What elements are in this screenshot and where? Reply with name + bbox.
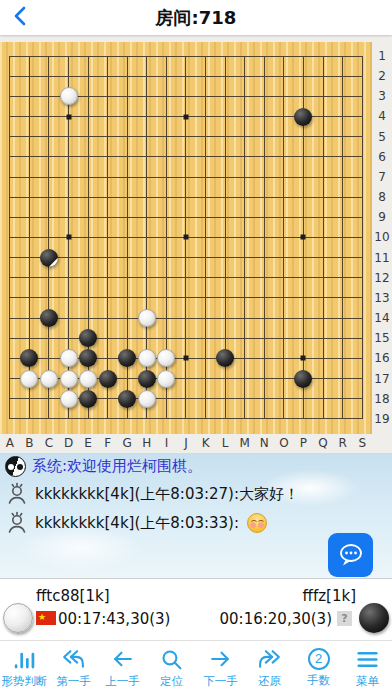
intersection-R13[interactable] [333, 288, 353, 308]
locate-button[interactable]: 定位 [147, 641, 196, 696]
intersection-E2[interactable] [78, 66, 98, 86]
intersection-E16[interactable] [78, 348, 98, 368]
intersection-C7[interactable] [39, 167, 59, 187]
intersection-J12[interactable] [176, 268, 196, 288]
intersection-E15[interactable] [78, 328, 98, 348]
intersection-K1[interactable] [196, 46, 216, 66]
intersection-E6[interactable] [78, 147, 98, 167]
intersection-S5[interactable] [352, 127, 372, 147]
intersection-D5[interactable] [59, 127, 79, 147]
intersection-S4[interactable] [352, 106, 372, 126]
intersection-P9[interactable] [294, 207, 314, 227]
intersection-S2[interactable] [352, 66, 372, 86]
intersection-R10[interactable] [333, 227, 353, 247]
intersection-R9[interactable] [333, 207, 353, 227]
intersection-K2[interactable] [196, 66, 216, 86]
intersection-L13[interactable] [215, 288, 235, 308]
intersection-B10[interactable] [20, 227, 40, 247]
intersection-G11[interactable] [117, 248, 137, 268]
intersection-S15[interactable] [352, 328, 372, 348]
intersection-A4[interactable] [0, 106, 20, 126]
intersection-O17[interactable] [274, 369, 294, 389]
intersection-I10[interactable] [157, 227, 177, 247]
intersection-M3[interactable] [235, 86, 255, 106]
intersection-K16[interactable] [196, 348, 216, 368]
intersection-G18[interactable] [117, 389, 137, 409]
intersection-O4[interactable] [274, 106, 294, 126]
intersection-N11[interactable] [255, 248, 275, 268]
intersection-D9[interactable] [59, 207, 79, 227]
intersection-D4[interactable] [59, 106, 79, 126]
go-board[interactable] [0, 42, 372, 434]
intersection-B8[interactable] [20, 187, 40, 207]
intersection-H12[interactable] [137, 268, 157, 288]
intersection-B1[interactable] [20, 46, 40, 66]
intersection-O1[interactable] [274, 46, 294, 66]
intersection-B16[interactable] [20, 348, 40, 368]
intersection-C3[interactable] [39, 86, 59, 106]
previous-move-button[interactable]: 上一手 [98, 641, 147, 696]
intersection-R16[interactable] [333, 348, 353, 368]
intersection-R17[interactable] [333, 369, 353, 389]
intersection-L6[interactable] [215, 147, 235, 167]
intersection-A16[interactable] [0, 348, 20, 368]
intersection-Q17[interactable] [313, 369, 333, 389]
intersection-K15[interactable] [196, 328, 216, 348]
intersection-G3[interactable] [117, 86, 137, 106]
intersection-O3[interactable] [274, 86, 294, 106]
intersection-F3[interactable] [98, 86, 118, 106]
intersection-M7[interactable] [235, 167, 255, 187]
intersection-D11[interactable] [59, 248, 79, 268]
intersection-D14[interactable] [59, 308, 79, 328]
intersection-K17[interactable] [196, 369, 216, 389]
intersection-J2[interactable] [176, 66, 196, 86]
intersection-I2[interactable] [157, 66, 177, 86]
intersection-P1[interactable] [294, 46, 314, 66]
intersection-F18[interactable] [98, 389, 118, 409]
intersection-A5[interactable] [0, 127, 20, 147]
intersection-N9[interactable] [255, 207, 275, 227]
intersection-P14[interactable] [294, 308, 314, 328]
intersection-M8[interactable] [235, 187, 255, 207]
intersection-K12[interactable] [196, 268, 216, 288]
intersection-M5[interactable] [235, 127, 255, 147]
intersection-A18[interactable] [0, 389, 20, 409]
intersection-N6[interactable] [255, 147, 275, 167]
intersection-M14[interactable] [235, 308, 255, 328]
intersection-N2[interactable] [255, 66, 275, 86]
intersection-G14[interactable] [117, 308, 137, 328]
intersection-C10[interactable] [39, 227, 59, 247]
intersection-P10[interactable] [294, 227, 314, 247]
intersection-H17[interactable] [137, 369, 157, 389]
intersection-O18[interactable] [274, 389, 294, 409]
intersection-G5[interactable] [117, 127, 137, 147]
intersection-B14[interactable] [20, 308, 40, 328]
intersection-C16[interactable] [39, 348, 59, 368]
intersection-N13[interactable] [255, 288, 275, 308]
intersection-N18[interactable] [255, 389, 275, 409]
intersection-A17[interactable] [0, 369, 20, 389]
intersection-B19[interactable] [20, 409, 40, 429]
intersection-E12[interactable] [78, 268, 98, 288]
intersection-C11[interactable] [39, 248, 59, 268]
intersection-L15[interactable] [215, 328, 235, 348]
intersection-O2[interactable] [274, 66, 294, 86]
intersection-S12[interactable] [352, 268, 372, 288]
intersection-E9[interactable] [78, 207, 98, 227]
intersection-B12[interactable] [20, 268, 40, 288]
intersection-A12[interactable] [0, 268, 20, 288]
intersection-B11[interactable] [20, 248, 40, 268]
intersection-J16[interactable] [176, 348, 196, 368]
intersection-G2[interactable] [117, 66, 137, 86]
intersection-H13[interactable] [137, 288, 157, 308]
intersection-F8[interactable] [98, 187, 118, 207]
intersection-R5[interactable] [333, 127, 353, 147]
intersection-J6[interactable] [176, 147, 196, 167]
intersection-K11[interactable] [196, 248, 216, 268]
intersection-Q19[interactable] [313, 409, 333, 429]
intersection-M9[interactable] [235, 207, 255, 227]
intersection-H1[interactable] [137, 46, 157, 66]
intersection-G16[interactable] [117, 348, 137, 368]
intersection-O9[interactable] [274, 207, 294, 227]
intersection-F15[interactable] [98, 328, 118, 348]
intersection-G17[interactable] [117, 369, 137, 389]
intersection-L8[interactable] [215, 187, 235, 207]
intersection-D8[interactable] [59, 187, 79, 207]
intersection-M17[interactable] [235, 369, 255, 389]
intersection-F16[interactable] [98, 348, 118, 368]
intersection-Q1[interactable] [313, 46, 333, 66]
intersection-O11[interactable] [274, 248, 294, 268]
intersection-G8[interactable] [117, 187, 137, 207]
intersection-N3[interactable] [255, 86, 275, 106]
intersection-P17[interactable] [294, 369, 314, 389]
intersection-D16[interactable] [59, 348, 79, 368]
intersection-Q13[interactable] [313, 288, 333, 308]
intersection-R19[interactable] [333, 409, 353, 429]
intersection-E4[interactable] [78, 106, 98, 126]
intersection-F11[interactable] [98, 248, 118, 268]
intersection-D19[interactable] [59, 409, 79, 429]
intersection-R4[interactable] [333, 106, 353, 126]
intersection-P8[interactable] [294, 187, 314, 207]
intersection-I15[interactable] [157, 328, 177, 348]
intersection-C13[interactable] [39, 288, 59, 308]
intersection-K5[interactable] [196, 127, 216, 147]
intersection-Q8[interactable] [313, 187, 333, 207]
intersection-H6[interactable] [137, 147, 157, 167]
intersection-D2[interactable] [59, 66, 79, 86]
intersection-L5[interactable] [215, 127, 235, 147]
intersection-J17[interactable] [176, 369, 196, 389]
intersection-F1[interactable] [98, 46, 118, 66]
intersection-R11[interactable] [333, 248, 353, 268]
intersection-L4[interactable] [215, 106, 235, 126]
intersection-P18[interactable] [294, 389, 314, 409]
intersection-C4[interactable] [39, 106, 59, 126]
intersection-G4[interactable] [117, 106, 137, 126]
intersection-K6[interactable] [196, 147, 216, 167]
intersection-K4[interactable] [196, 106, 216, 126]
intersection-G9[interactable] [117, 207, 137, 227]
intersection-D10[interactable] [59, 227, 79, 247]
intersection-C6[interactable] [39, 147, 59, 167]
intersection-E3[interactable] [78, 86, 98, 106]
intersection-G1[interactable] [117, 46, 137, 66]
intersection-F10[interactable] [98, 227, 118, 247]
intersection-S10[interactable] [352, 227, 372, 247]
intersection-M2[interactable] [235, 66, 255, 86]
intersection-Q15[interactable] [313, 328, 333, 348]
intersection-G10[interactable] [117, 227, 137, 247]
intersection-D6[interactable] [59, 147, 79, 167]
intersection-E14[interactable] [78, 308, 98, 328]
intersection-J5[interactable] [176, 127, 196, 147]
intersection-S8[interactable] [352, 187, 372, 207]
intersection-J18[interactable] [176, 389, 196, 409]
intersection-H14[interactable] [137, 308, 157, 328]
intersection-Q12[interactable] [313, 268, 333, 288]
intersection-F17[interactable] [98, 369, 118, 389]
intersection-P6[interactable] [294, 147, 314, 167]
intersection-P16[interactable] [294, 348, 314, 368]
intersection-B4[interactable] [20, 106, 40, 126]
intersection-M15[interactable] [235, 328, 255, 348]
intersection-C9[interactable] [39, 207, 59, 227]
intersection-N17[interactable] [255, 369, 275, 389]
intersection-K7[interactable] [196, 167, 216, 187]
intersection-S14[interactable] [352, 308, 372, 328]
intersection-A1[interactable] [0, 46, 20, 66]
intersection-R3[interactable] [333, 86, 353, 106]
intersection-I5[interactable] [157, 127, 177, 147]
intersection-H18[interactable] [137, 389, 157, 409]
intersection-Q14[interactable] [313, 308, 333, 328]
intersection-Q4[interactable] [313, 106, 333, 126]
intersection-L2[interactable] [215, 66, 235, 86]
intersection-B17[interactable] [20, 369, 40, 389]
intersection-S3[interactable] [352, 86, 372, 106]
intersection-S18[interactable] [352, 389, 372, 409]
intersection-J10[interactable] [176, 227, 196, 247]
intersection-C14[interactable] [39, 308, 59, 328]
intersection-I16[interactable] [157, 348, 177, 368]
intersection-L11[interactable] [215, 248, 235, 268]
intersection-G12[interactable] [117, 268, 137, 288]
intersection-P2[interactable] [294, 66, 314, 86]
intersection-N4[interactable] [255, 106, 275, 126]
intersection-R1[interactable] [333, 46, 353, 66]
intersection-F12[interactable] [98, 268, 118, 288]
intersection-Q16[interactable] [313, 348, 333, 368]
intersection-J11[interactable] [176, 248, 196, 268]
intersection-M1[interactable] [235, 46, 255, 66]
intersection-I8[interactable] [157, 187, 177, 207]
intersection-Q11[interactable] [313, 248, 333, 268]
intersection-N19[interactable] [255, 409, 275, 429]
intersection-O19[interactable] [274, 409, 294, 429]
intersection-N8[interactable] [255, 187, 275, 207]
intersection-A8[interactable] [0, 187, 20, 207]
intersection-C5[interactable] [39, 127, 59, 147]
intersection-E8[interactable] [78, 187, 98, 207]
intersection-J8[interactable] [176, 187, 196, 207]
intersection-S11[interactable] [352, 248, 372, 268]
intersection-L12[interactable] [215, 268, 235, 288]
intersection-L7[interactable] [215, 167, 235, 187]
intersection-F7[interactable] [98, 167, 118, 187]
intersection-O13[interactable] [274, 288, 294, 308]
intersection-I7[interactable] [157, 167, 177, 187]
intersection-K3[interactable] [196, 86, 216, 106]
intersection-F6[interactable] [98, 147, 118, 167]
intersection-O5[interactable] [274, 127, 294, 147]
intersection-D12[interactable] [59, 268, 79, 288]
intersection-C17[interactable] [39, 369, 59, 389]
intersection-S13[interactable] [352, 288, 372, 308]
intersection-R2[interactable] [333, 66, 353, 86]
intersection-H10[interactable] [137, 227, 157, 247]
intersection-S1[interactable] [352, 46, 372, 66]
intersection-H11[interactable] [137, 248, 157, 268]
intersection-R8[interactable] [333, 187, 353, 207]
intersection-B2[interactable] [20, 66, 40, 86]
intersection-I1[interactable] [157, 46, 177, 66]
intersection-R6[interactable] [333, 147, 353, 167]
intersection-C1[interactable] [39, 46, 59, 66]
intersection-P11[interactable] [294, 248, 314, 268]
intersection-H19[interactable] [137, 409, 157, 429]
intersection-D15[interactable] [59, 328, 79, 348]
intersection-A7[interactable] [0, 167, 20, 187]
intersection-D13[interactable] [59, 288, 79, 308]
intersection-E11[interactable] [78, 248, 98, 268]
intersection-L3[interactable] [215, 86, 235, 106]
intersection-J3[interactable] [176, 86, 196, 106]
intersection-H2[interactable] [137, 66, 157, 86]
intersection-N16[interactable] [255, 348, 275, 368]
intersection-F4[interactable] [98, 106, 118, 126]
intersection-E5[interactable] [78, 127, 98, 147]
intersection-I4[interactable] [157, 106, 177, 126]
intersection-P3[interactable] [294, 86, 314, 106]
intersection-I14[interactable] [157, 308, 177, 328]
intersection-G19[interactable] [117, 409, 137, 429]
intersection-J7[interactable] [176, 167, 196, 187]
intersection-N10[interactable] [255, 227, 275, 247]
intersection-Q2[interactable] [313, 66, 333, 86]
intersection-F14[interactable] [98, 308, 118, 328]
intersection-E19[interactable] [78, 409, 98, 429]
intersection-H7[interactable] [137, 167, 157, 187]
intersection-R14[interactable] [333, 308, 353, 328]
intersection-M10[interactable] [235, 227, 255, 247]
intersection-D18[interactable] [59, 389, 79, 409]
intersection-C2[interactable] [39, 66, 59, 86]
intersection-K10[interactable] [196, 227, 216, 247]
intersection-R18[interactable] [333, 389, 353, 409]
intersection-K14[interactable] [196, 308, 216, 328]
intersection-C19[interactable] [39, 409, 59, 429]
intersection-J9[interactable] [176, 207, 196, 227]
intersection-C8[interactable] [39, 187, 59, 207]
intersection-K8[interactable] [196, 187, 216, 207]
intersection-F5[interactable] [98, 127, 118, 147]
intersection-M6[interactable] [235, 147, 255, 167]
intersection-S19[interactable] [352, 409, 372, 429]
intersection-I9[interactable] [157, 207, 177, 227]
intersection-H3[interactable] [137, 86, 157, 106]
intersection-A6[interactable] [0, 147, 20, 167]
intersection-J13[interactable] [176, 288, 196, 308]
intersection-Q6[interactable] [313, 147, 333, 167]
intersection-P15[interactable] [294, 328, 314, 348]
intersection-B6[interactable] [20, 147, 40, 167]
intersection-O15[interactable] [274, 328, 294, 348]
intersection-D7[interactable] [59, 167, 79, 187]
intersection-S6[interactable] [352, 147, 372, 167]
intersection-I18[interactable] [157, 389, 177, 409]
intersection-N5[interactable] [255, 127, 275, 147]
intersection-H5[interactable] [137, 127, 157, 147]
intersection-I17[interactable] [157, 369, 177, 389]
move-count-button[interactable]: 2 手数 [294, 641, 343, 696]
intersection-H4[interactable] [137, 106, 157, 126]
intersection-M12[interactable] [235, 268, 255, 288]
intersection-I6[interactable] [157, 147, 177, 167]
intersection-L9[interactable] [215, 207, 235, 227]
intersection-G13[interactable] [117, 288, 137, 308]
next-move-button[interactable]: 下一手 [196, 641, 245, 696]
intersection-B9[interactable] [20, 207, 40, 227]
intersection-E18[interactable] [78, 389, 98, 409]
restore-button[interactable]: 还原 [245, 641, 294, 696]
intersection-P5[interactable] [294, 127, 314, 147]
intersection-N15[interactable] [255, 328, 275, 348]
intersection-L10[interactable] [215, 227, 235, 247]
intersection-F9[interactable] [98, 207, 118, 227]
intersection-K13[interactable] [196, 288, 216, 308]
first-move-button[interactable]: 第一手 [49, 641, 98, 696]
intersection-F19[interactable] [98, 409, 118, 429]
intersection-A9[interactable] [0, 207, 20, 227]
intersection-H9[interactable] [137, 207, 157, 227]
intersection-N1[interactable] [255, 46, 275, 66]
intersection-J4[interactable] [176, 106, 196, 126]
intersection-B15[interactable] [20, 328, 40, 348]
intersection-J14[interactable] [176, 308, 196, 328]
intersection-M11[interactable] [235, 248, 255, 268]
intersection-G7[interactable] [117, 167, 137, 187]
intersection-B13[interactable] [20, 288, 40, 308]
intersection-B5[interactable] [20, 127, 40, 147]
intersection-A15[interactable] [0, 328, 20, 348]
intersection-P7[interactable] [294, 167, 314, 187]
intersection-H16[interactable] [137, 348, 157, 368]
intersection-I3[interactable] [157, 86, 177, 106]
intersection-G15[interactable] [117, 328, 137, 348]
intersection-N7[interactable] [255, 167, 275, 187]
intersection-O16[interactable] [274, 348, 294, 368]
intersection-C18[interactable] [39, 389, 59, 409]
intersection-L1[interactable] [215, 46, 235, 66]
intersection-J1[interactable] [176, 46, 196, 66]
intersection-O7[interactable] [274, 167, 294, 187]
